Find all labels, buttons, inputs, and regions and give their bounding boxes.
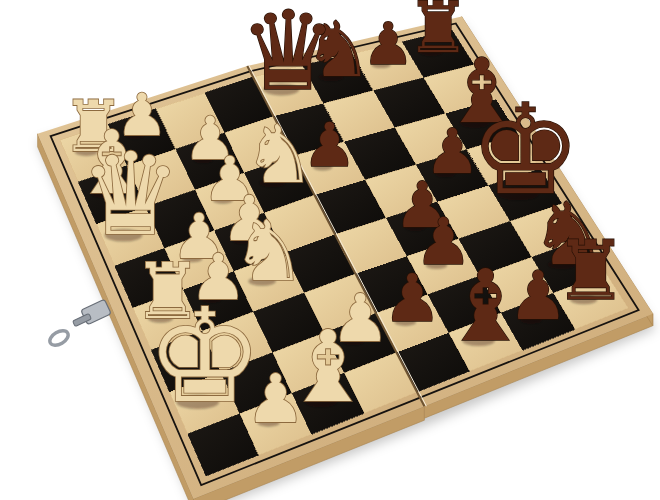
board-scene-canvas: ♜♟♞♛♝♟♜♟♟♟♞♝♚♟♟♛♟♟♞♟♞♜♟♜♟♟♝♟♚♝♟ <box>0 0 660 500</box>
white-pawn-h2[interactable]: ♟ <box>245 360 305 438</box>
chess-set-photo: ♜♟♞♛♝♟♜♟♟♟♞♝♚♟♟♛♟♟♞♟♞♜♟♜♟♟♝♟♚♝♟ <box>0 0 660 500</box>
black-queen-a5[interactable]: ♛ <box>239 0 337 115</box>
latch-hook-ring <box>47 328 70 348</box>
black-pawn-g5[interactable]: ♟ <box>383 260 442 337</box>
metal-latch <box>47 299 111 348</box>
latch-hinge <box>73 313 92 326</box>
white-queen-c1[interactable]: ♛ <box>79 128 181 261</box>
black-bishop-h6[interactable]: ♝ <box>441 248 529 363</box>
